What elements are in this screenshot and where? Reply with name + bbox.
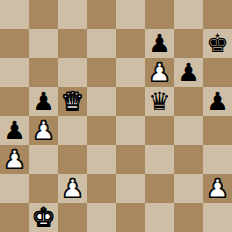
square-e3[interactable] xyxy=(116,145,145,174)
square-d3[interactable] xyxy=(87,145,116,174)
square-g7[interactable] xyxy=(174,29,203,58)
square-g6[interactable]: ♟ xyxy=(174,58,203,87)
square-b7[interactable] xyxy=(29,29,58,58)
square-g1[interactable] xyxy=(174,203,203,232)
square-f7[interactable]: ♟ xyxy=(145,29,174,58)
white-king-icon: ♚ xyxy=(32,203,54,232)
white-pawn-icon: ♟ xyxy=(3,145,25,174)
white-pawn-icon: ♟ xyxy=(206,174,228,203)
square-c5[interactable]: ♛ xyxy=(58,87,87,116)
white-pawn-icon: ♟ xyxy=(148,58,170,87)
square-f5[interactable]: ♛ xyxy=(145,87,174,116)
square-a3[interactable]: ♟ xyxy=(0,145,29,174)
square-a8[interactable] xyxy=(0,0,29,29)
square-e7[interactable] xyxy=(116,29,145,58)
square-e6[interactable] xyxy=(116,58,145,87)
square-a2[interactable] xyxy=(0,174,29,203)
white-pawn-icon: ♟ xyxy=(32,116,54,145)
square-e8[interactable] xyxy=(116,0,145,29)
square-g5[interactable] xyxy=(174,87,203,116)
square-f1[interactable] xyxy=(145,203,174,232)
square-h6[interactable] xyxy=(203,58,232,87)
square-a1[interactable] xyxy=(0,203,29,232)
square-f6[interactable]: ♟ xyxy=(145,58,174,87)
square-h5[interactable]: ♟ xyxy=(203,87,232,116)
square-d1[interactable] xyxy=(87,203,116,232)
black-pawn-icon: ♟ xyxy=(148,29,170,58)
black-queen-icon: ♛ xyxy=(148,87,170,116)
square-e2[interactable] xyxy=(116,174,145,203)
black-pawn-icon: ♟ xyxy=(177,58,199,87)
square-c4[interactable] xyxy=(58,116,87,145)
square-b3[interactable] xyxy=(29,145,58,174)
square-d8[interactable] xyxy=(87,0,116,29)
square-c2[interactable]: ♟ xyxy=(58,174,87,203)
square-d5[interactable] xyxy=(87,87,116,116)
square-c6[interactable] xyxy=(58,58,87,87)
square-b8[interactable] xyxy=(29,0,58,29)
white-queen-icon: ♛ xyxy=(61,87,83,116)
square-d4[interactable] xyxy=(87,116,116,145)
square-h4[interactable] xyxy=(203,116,232,145)
black-pawn-icon: ♟ xyxy=(3,116,25,145)
square-b6[interactable] xyxy=(29,58,58,87)
square-g4[interactable] xyxy=(174,116,203,145)
square-e4[interactable] xyxy=(116,116,145,145)
square-f3[interactable] xyxy=(145,145,174,174)
square-d2[interactable] xyxy=(87,174,116,203)
square-e5[interactable] xyxy=(116,87,145,116)
square-c8[interactable] xyxy=(58,0,87,29)
square-b5[interactable]: ♟ xyxy=(29,87,58,116)
white-pawn-icon: ♟ xyxy=(61,174,83,203)
square-g8[interactable] xyxy=(174,0,203,29)
black-pawn-icon: ♟ xyxy=(32,87,54,116)
square-f4[interactable] xyxy=(145,116,174,145)
square-h8[interactable] xyxy=(203,0,232,29)
square-a5[interactable] xyxy=(0,87,29,116)
square-a4[interactable]: ♟ xyxy=(0,116,29,145)
square-a7[interactable] xyxy=(0,29,29,58)
square-a6[interactable] xyxy=(0,58,29,87)
square-f2[interactable] xyxy=(145,174,174,203)
square-c3[interactable] xyxy=(58,145,87,174)
square-g3[interactable] xyxy=(174,145,203,174)
square-d6[interactable] xyxy=(87,58,116,87)
square-g2[interactable] xyxy=(174,174,203,203)
square-h1[interactable] xyxy=(203,203,232,232)
square-b1[interactable]: ♚ xyxy=(29,203,58,232)
square-h2[interactable]: ♟ xyxy=(203,174,232,203)
square-e1[interactable] xyxy=(116,203,145,232)
square-h3[interactable] xyxy=(203,145,232,174)
square-b2[interactable] xyxy=(29,174,58,203)
black-pawn-icon: ♟ xyxy=(206,87,228,116)
square-b4[interactable]: ♟ xyxy=(29,116,58,145)
chess-board: ♟♚♟♟♟♛♛♟♟♟♟♟♟♚ xyxy=(0,0,232,232)
square-h7[interactable]: ♚ xyxy=(203,29,232,58)
black-king-icon: ♚ xyxy=(206,29,228,58)
square-d7[interactable] xyxy=(87,29,116,58)
square-f8[interactable] xyxy=(145,0,174,29)
square-c7[interactable] xyxy=(58,29,87,58)
square-c1[interactable] xyxy=(58,203,87,232)
